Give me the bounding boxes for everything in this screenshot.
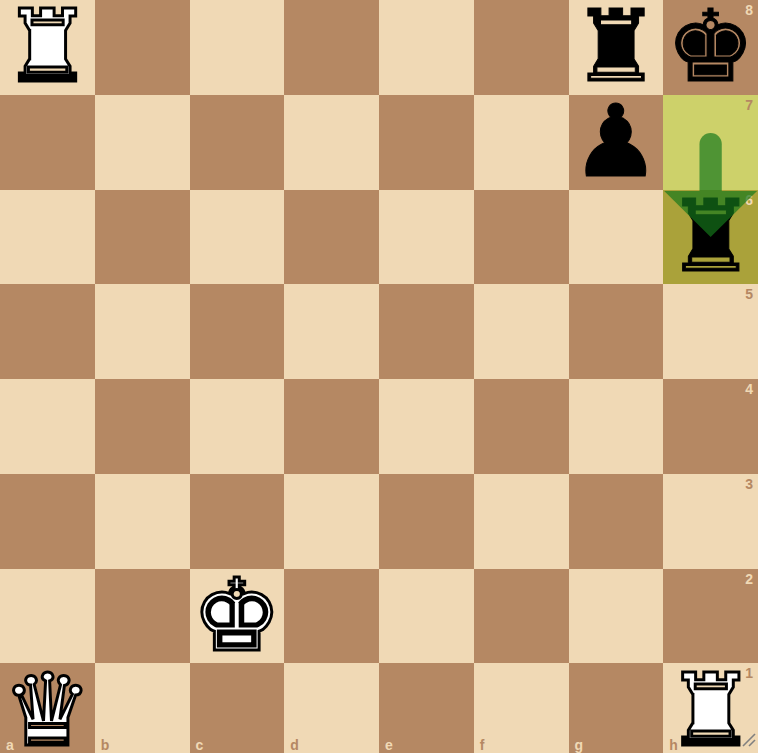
- square-b1[interactable]: b: [95, 663, 190, 753]
- rank-label-3: 3: [745, 477, 753, 491]
- square-b5[interactable]: [95, 284, 190, 379]
- square-h5[interactable]: 5: [663, 284, 758, 379]
- square-h8[interactable]: ♚8: [663, 0, 758, 95]
- square-e5[interactable]: [379, 284, 474, 379]
- square-c4[interactable]: [190, 379, 285, 474]
- square-g2[interactable]: [569, 569, 664, 664]
- file-label-g: g: [575, 738, 584, 752]
- last-move-highlight-h7: [663, 95, 758, 190]
- square-b3[interactable]: [95, 474, 190, 569]
- square-h3[interactable]: 3: [663, 474, 758, 569]
- square-b6[interactable]: [95, 190, 190, 285]
- square-f2[interactable]: [474, 569, 569, 664]
- square-d6[interactable]: [284, 190, 379, 285]
- square-e3[interactable]: [379, 474, 474, 569]
- square-g8[interactable]: ♜: [569, 0, 664, 95]
- resize-handle-icon[interactable]: [740, 730, 758, 748]
- square-f5[interactable]: [474, 284, 569, 379]
- file-label-f: f: [480, 738, 485, 752]
- square-c1[interactable]: c: [190, 663, 285, 753]
- square-h6[interactable]: ♜6: [663, 190, 758, 285]
- square-b8[interactable]: [95, 0, 190, 95]
- square-d1[interactable]: d: [284, 663, 379, 753]
- black-king[interactable]: ♚: [663, 0, 758, 95]
- file-label-c: c: [196, 738, 204, 752]
- file-label-b: b: [101, 738, 110, 752]
- square-e2[interactable]: [379, 569, 474, 664]
- square-d7[interactable]: [284, 95, 379, 190]
- square-c2[interactable]: ♚: [190, 569, 285, 664]
- rank-label-2: 2: [745, 572, 753, 586]
- square-g3[interactable]: [569, 474, 664, 569]
- square-a5[interactable]: [0, 284, 95, 379]
- square-b7[interactable]: [95, 95, 190, 190]
- square-e8[interactable]: [379, 0, 474, 95]
- square-h4[interactable]: 4: [663, 379, 758, 474]
- square-f7[interactable]: [474, 95, 569, 190]
- file-label-d: d: [290, 738, 299, 752]
- square-c7[interactable]: [190, 95, 285, 190]
- square-e7[interactable]: [379, 95, 474, 190]
- square-e1[interactable]: e: [379, 663, 474, 753]
- square-g7[interactable]: ♟: [569, 95, 664, 190]
- square-a2[interactable]: [0, 569, 95, 664]
- square-a6[interactable]: [0, 190, 95, 285]
- square-e4[interactable]: [379, 379, 474, 474]
- square-d5[interactable]: [284, 284, 379, 379]
- chess-board-app: ♜♜♚8♟7♜6543♚2♛abcdefg♜1h: [0, 0, 758, 753]
- black-rook[interactable]: ♜: [663, 190, 758, 285]
- rank-label-4: 4: [745, 382, 753, 396]
- square-h2[interactable]: 2: [663, 569, 758, 664]
- square-a7[interactable]: [0, 95, 95, 190]
- file-label-e: e: [385, 738, 393, 752]
- square-c8[interactable]: [190, 0, 285, 95]
- square-f8[interactable]: [474, 0, 569, 95]
- square-b4[interactable]: [95, 379, 190, 474]
- square-a3[interactable]: [0, 474, 95, 569]
- square-d4[interactable]: [284, 379, 379, 474]
- black-rook[interactable]: ♜: [569, 0, 664, 95]
- square-d3[interactable]: [284, 474, 379, 569]
- square-d8[interactable]: [284, 0, 379, 95]
- square-c5[interactable]: [190, 284, 285, 379]
- black-pawn[interactable]: ♟: [569, 95, 664, 190]
- square-f6[interactable]: [474, 190, 569, 285]
- square-g1[interactable]: g: [569, 663, 664, 753]
- square-g4[interactable]: [569, 379, 664, 474]
- square-d2[interactable]: [284, 569, 379, 664]
- square-c6[interactable]: [190, 190, 285, 285]
- square-a4[interactable]: [0, 379, 95, 474]
- square-e6[interactable]: [379, 190, 474, 285]
- square-f3[interactable]: [474, 474, 569, 569]
- square-g5[interactable]: [569, 284, 664, 379]
- square-f1[interactable]: f: [474, 663, 569, 753]
- square-a1[interactable]: ♛a: [0, 663, 95, 753]
- square-c3[interactable]: [190, 474, 285, 569]
- white-queen[interactable]: ♛: [0, 663, 95, 753]
- square-f4[interactable]: [474, 379, 569, 474]
- square-b2[interactable]: [95, 569, 190, 664]
- white-rook[interactable]: ♜: [0, 0, 95, 95]
- chess-board: ♜♜♚8♟7♜6543♚2♛abcdefg♜1h: [0, 0, 758, 753]
- square-a8[interactable]: ♜: [0, 0, 95, 95]
- white-king[interactable]: ♚: [190, 569, 285, 664]
- square-g6[interactable]: [569, 190, 664, 285]
- square-h7[interactable]: 7: [663, 95, 758, 190]
